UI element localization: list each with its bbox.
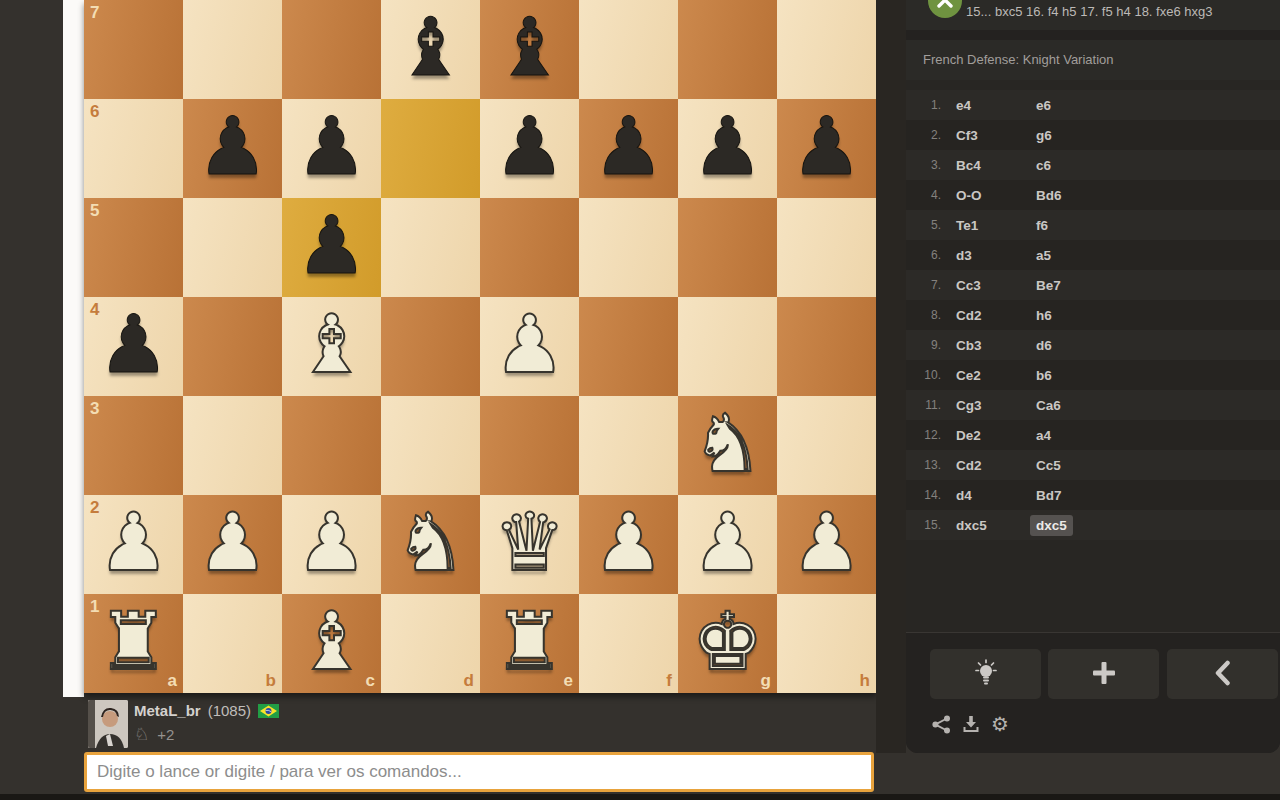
white-move[interactable]: Ce2: [946, 368, 1026, 383]
square-h7[interactable]: [777, 0, 876, 99]
square-f4[interactable]: [579, 297, 678, 396]
white-move[interactable]: Cb3: [946, 338, 1026, 353]
white-king-g1[interactable]: ♚: [678, 594, 777, 693]
move-number: 8.: [906, 308, 946, 322]
square-c3[interactable]: [282, 396, 381, 495]
white-knight-d2[interactable]: ♞: [381, 495, 480, 594]
white-move[interactable]: e4: [946, 98, 1026, 113]
square-h1[interactable]: h: [777, 594, 876, 693]
black-move[interactable]: e6: [1026, 98, 1280, 113]
square-g5[interactable]: [678, 198, 777, 297]
black-pawn-e6[interactable]: ♟: [480, 99, 579, 198]
move-number: 11.: [906, 398, 946, 412]
move-number: 4.: [906, 188, 946, 202]
white-pawn-f2[interactable]: ♟: [579, 495, 678, 594]
file-label-f: f: [666, 671, 672, 691]
square-a1[interactable]: 1a♜: [84, 594, 183, 693]
move-row-8: 8.Cd2h6: [906, 300, 1280, 330]
white-move[interactable]: O-O: [946, 188, 1026, 203]
move-row-9: 9.Cb3d6: [906, 330, 1280, 360]
analysis-panel: 15... bxc5 16. f4 h5 17. f5 h4 18. fxe6 …: [906, 0, 1280, 753]
move-row-3: 3.Bc4c6: [906, 150, 1280, 180]
utility-icons: ⚙: [932, 714, 1280, 734]
square-h4[interactable]: [777, 297, 876, 396]
white-move[interactable]: d4: [946, 488, 1026, 503]
chevron-left-icon: [1214, 660, 1231, 689]
black-move[interactable]: dxc5: [1026, 518, 1280, 533]
move-number: 10.: [906, 368, 946, 382]
square-d7[interactable]: ♝: [381, 0, 480, 99]
back-button[interactable]: [1167, 649, 1278, 699]
move-input[interactable]: [84, 752, 874, 792]
black-pawn-a4[interactable]: ♟: [84, 297, 183, 396]
white-move[interactable]: d3: [946, 248, 1026, 263]
controls-bar: ⚙: [906, 632, 1280, 753]
move-number: 15.: [906, 518, 946, 532]
square-a4[interactable]: 4♟: [84, 297, 183, 396]
white-pawn-a2[interactable]: ♟: [84, 495, 183, 594]
rank-label-7: 7: [90, 3, 99, 23]
square-d2[interactable]: ♞: [381, 495, 480, 594]
white-move[interactable]: Cd2: [946, 308, 1026, 323]
white-pawn-c2[interactable]: ♟: [282, 495, 381, 594]
share-icon[interactable]: [932, 715, 951, 734]
white-pawn-g2[interactable]: ♟: [678, 495, 777, 594]
square-e7[interactable]: ♝: [480, 0, 579, 99]
black-pawn-g6[interactable]: ♟: [678, 99, 777, 198]
square-d4[interactable]: [381, 297, 480, 396]
square-g2[interactable]: ♟: [678, 495, 777, 594]
player-info: MetaL_br (1085) ♘ +2: [88, 700, 868, 750]
square-d6[interactable]: [381, 99, 480, 198]
white-move[interactable]: Bc4: [946, 158, 1026, 173]
white-rook-a1[interactable]: ♜: [84, 594, 183, 693]
captured-knight-icon: ♘: [134, 724, 149, 744]
white-knight-g3[interactable]: ♞: [678, 396, 777, 495]
square-c2[interactable]: ♟: [282, 495, 381, 594]
black-move[interactable]: a5: [1026, 248, 1280, 263]
square-a6[interactable]: 6: [84, 99, 183, 198]
black-pawn-b6[interactable]: ♟: [183, 99, 282, 198]
square-a3[interactable]: 3: [84, 396, 183, 495]
move-row-5: 5.Te1f6: [906, 210, 1280, 240]
move-row-12: 12.De2a4: [906, 420, 1280, 450]
move-row-7: 7.Cc3Be7: [906, 270, 1280, 300]
black-move[interactable]: d6: [1026, 338, 1280, 353]
add-button[interactable]: [1048, 649, 1159, 699]
square-g1[interactable]: g♚: [678, 594, 777, 693]
square-f6[interactable]: ♟: [579, 99, 678, 198]
move-row-15: 15.dxc5dxc5: [906, 510, 1280, 540]
footer-strip: [0, 794, 1280, 800]
move-number: 13.: [906, 458, 946, 472]
square-e3[interactable]: [480, 396, 579, 495]
square-f1[interactable]: f: [579, 594, 678, 693]
move-number: 3.: [906, 158, 946, 172]
engine-line[interactable]: 15... bxc5 16. f4 h5 17. f5 h4 18. fxe6 …: [966, 0, 1212, 24]
square-b4[interactable]: [183, 297, 282, 396]
white-pawn-b2[interactable]: ♟: [183, 495, 282, 594]
square-h6[interactable]: ♟: [777, 99, 876, 198]
square-f7[interactable]: [579, 0, 678, 99]
black-move[interactable]: Be7: [1026, 278, 1280, 293]
chess-board: 7♝♝6♟♟♟♟♟♟5♟4♟♝♟3♞2♟♟♟♞♛♟♟♟1a♜bc♝de♜fg♚h: [84, 0, 876, 693]
black-move[interactable]: f6: [1026, 218, 1280, 233]
square-e2[interactable]: ♛: [480, 495, 579, 594]
square-c6[interactable]: ♟: [282, 99, 381, 198]
square-g4[interactable]: [678, 297, 777, 396]
board-left-gutter: [63, 0, 84, 697]
move-number: 14.: [906, 488, 946, 502]
move-number: 6.: [906, 248, 946, 262]
black-move[interactable]: h6: [1026, 308, 1280, 323]
black-move[interactable]: Cc5: [1026, 458, 1280, 473]
rank-label-3: 3: [90, 399, 99, 419]
active-move[interactable]: dxc5: [1030, 515, 1073, 536]
white-move[interactable]: Te1: [946, 218, 1026, 233]
move-row-11: 11.Cg3Ca6: [906, 390, 1280, 420]
file-label-b: b: [266, 671, 276, 691]
square-e6[interactable]: ♟: [480, 99, 579, 198]
file-label-h: h: [860, 671, 870, 691]
move-number: 5.: [906, 218, 946, 232]
black-bishop-e7[interactable]: ♝: [480, 0, 579, 99]
square-a2[interactable]: 2♟: [84, 495, 183, 594]
square-f5[interactable]: [579, 198, 678, 297]
square-b3[interactable]: [183, 396, 282, 495]
square-a7[interactable]: 7: [84, 0, 183, 99]
chess-app-page: 7♝♝6♟♟♟♟♟♟5♟4♟♝♟3♞2♟♟♟♞♛♟♟♟1a♜bc♝de♜fg♚h…: [0, 0, 1280, 800]
engine-line-row: 15... bxc5 16. f4 h5 17. f5 h4 18. fxe6 …: [906, 0, 1280, 30]
white-pawn-h2[interactable]: ♟: [777, 495, 876, 594]
square-e5[interactable]: [480, 198, 579, 297]
download-icon[interactable]: [962, 715, 980, 734]
square-c4[interactable]: ♝: [282, 297, 381, 396]
black-pawn-c5[interactable]: ♟: [282, 198, 381, 297]
square-c7[interactable]: [282, 0, 381, 99]
lightbulb-icon: [974, 659, 998, 689]
move-number: 7.: [906, 278, 946, 292]
file-label-d: d: [464, 671, 474, 691]
move-row-14: 14.d4Bd7: [906, 480, 1280, 510]
black-pawn-h6[interactable]: ♟: [777, 99, 876, 198]
square-c5[interactable]: ♟: [282, 198, 381, 297]
black-move[interactable]: Ca6: [1026, 398, 1280, 413]
rank-label-5: 5: [90, 201, 99, 221]
black-bishop-d7[interactable]: ♝: [381, 0, 480, 99]
board-panel-gap: [876, 0, 906, 753]
white-bishop-c4[interactable]: ♝: [282, 297, 381, 396]
white-queen-e2[interactable]: ♛: [480, 495, 579, 594]
settings-gear-icon[interactable]: ⚙: [991, 714, 1009, 734]
black-move[interactable]: a4: [1026, 428, 1280, 443]
white-pawn-e4[interactable]: ♟: [480, 297, 579, 396]
white-move[interactable]: De2: [946, 428, 1026, 443]
move-row-4: 4.O-OBd6: [906, 180, 1280, 210]
white-move[interactable]: Cg3: [946, 398, 1026, 413]
opening-name: French Defense: Knight Variation: [906, 40, 1280, 80]
hint-button[interactable]: [930, 649, 1041, 699]
player-avatar[interactable]: [88, 700, 128, 748]
move-number: 1.: [906, 98, 946, 112]
white-move[interactable]: Cc3: [946, 278, 1026, 293]
square-f2[interactable]: ♟: [579, 495, 678, 594]
player-name[interactable]: MetaL_br: [134, 702, 201, 719]
material-advantage: +2: [157, 726, 174, 743]
square-b2[interactable]: ♟: [183, 495, 282, 594]
engine-toggle-icon[interactable]: [928, 0, 962, 18]
square-g3[interactable]: ♞: [678, 396, 777, 495]
black-move[interactable]: c6: [1026, 158, 1280, 173]
square-e4[interactable]: ♟: [480, 297, 579, 396]
move-row-13: 13.Cd2Cc5: [906, 450, 1280, 480]
black-move[interactable]: Bd6: [1026, 188, 1280, 203]
white-move[interactable]: dxc5: [946, 518, 1026, 533]
square-h2[interactable]: ♟: [777, 495, 876, 594]
square-g6[interactable]: ♟: [678, 99, 777, 198]
move-row-10: 10.Ce2b6: [906, 360, 1280, 390]
button-row: [906, 633, 1280, 699]
square-e1[interactable]: e♜: [480, 594, 579, 693]
black-move[interactable]: Bd7: [1026, 488, 1280, 503]
square-c1[interactable]: c♝: [282, 594, 381, 693]
brazil-flag-icon: [258, 704, 279, 718]
move-list: 1.e4e62.Cf3g63.Bc4c64.O-OBd65.Te1f66.d3a…: [906, 80, 1280, 632]
rank-label-6: 6: [90, 102, 99, 122]
square-f3[interactable]: [579, 396, 678, 495]
square-a5[interactable]: 5: [84, 198, 183, 297]
white-move[interactable]: Cf3: [946, 128, 1026, 143]
white-rook-e1[interactable]: ♜: [480, 594, 579, 693]
black-move[interactable]: b6: [1026, 368, 1280, 383]
move-row-6: 6.d3a5: [906, 240, 1280, 270]
square-h5[interactable]: [777, 198, 876, 297]
square-g7[interactable]: [678, 0, 777, 99]
square-h3[interactable]: [777, 396, 876, 495]
black-pawn-f6[interactable]: ♟: [579, 99, 678, 198]
black-pawn-c6[interactable]: ♟: [282, 99, 381, 198]
square-b5[interactable]: [183, 198, 282, 297]
white-bishop-c1[interactable]: ♝: [282, 594, 381, 693]
black-move[interactable]: g6: [1026, 128, 1280, 143]
square-b7[interactable]: [183, 0, 282, 99]
square-b1[interactable]: b: [183, 594, 282, 693]
move-number: 12.: [906, 428, 946, 442]
move-number: 2.: [906, 128, 946, 142]
square-d5[interactable]: [381, 198, 480, 297]
move-row-1: 1.e4e6: [906, 90, 1280, 120]
square-b6[interactable]: ♟: [183, 99, 282, 198]
square-d3[interactable]: [381, 396, 480, 495]
move-row-2: 2.Cf3g6: [906, 120, 1280, 150]
white-move[interactable]: Cd2: [946, 458, 1026, 473]
move-number: 9.: [906, 338, 946, 352]
player-rating: (1085): [208, 702, 251, 719]
square-d1[interactable]: d: [381, 594, 480, 693]
plus-icon: [1093, 662, 1115, 687]
